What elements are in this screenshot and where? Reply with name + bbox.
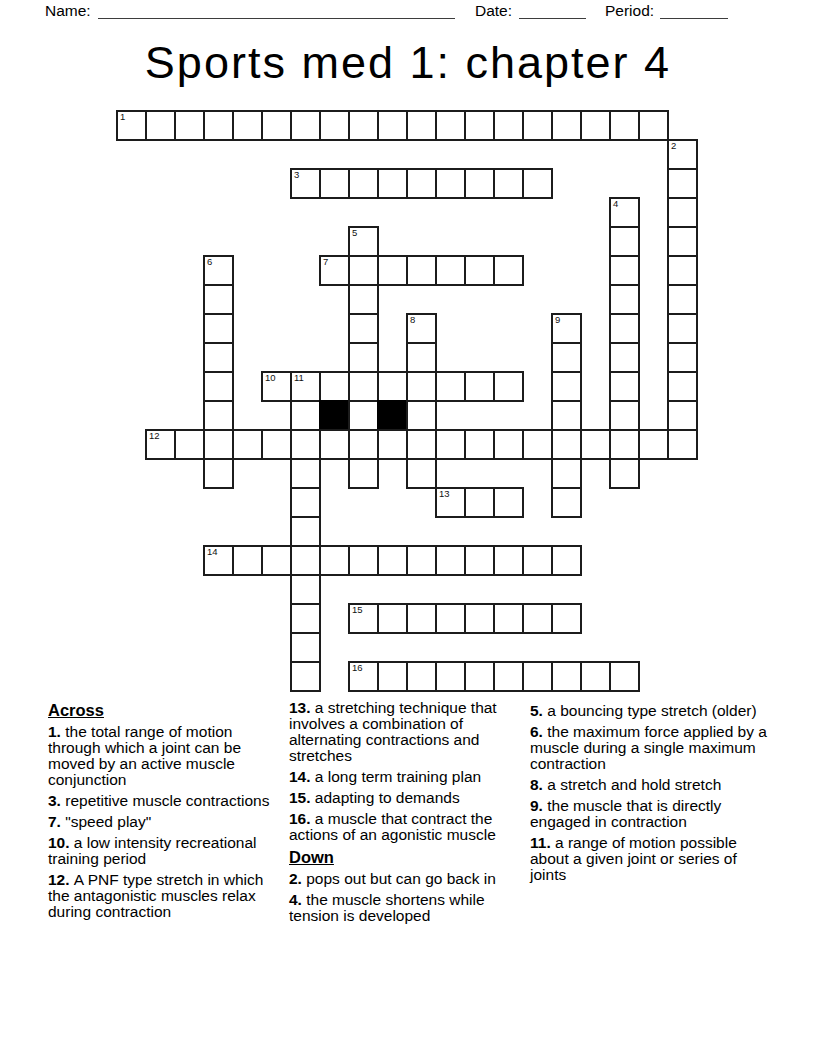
grid-cell[interactable] bbox=[348, 458, 379, 489]
grid-cell[interactable] bbox=[377, 545, 408, 576]
grid-cell[interactable] bbox=[609, 255, 640, 286]
grid-cell[interactable] bbox=[493, 545, 524, 576]
grid-cell[interactable] bbox=[261, 545, 292, 576]
grid-cell[interactable] bbox=[580, 110, 611, 141]
grid-cell[interactable] bbox=[348, 545, 379, 576]
grid-cell[interactable] bbox=[551, 342, 582, 373]
grid-cell[interactable] bbox=[464, 110, 495, 141]
grid-cell[interactable] bbox=[667, 255, 698, 286]
grid-cell[interactable] bbox=[377, 371, 408, 402]
grid-cell[interactable]: 1 bbox=[116, 110, 147, 141]
grid-cell[interactable] bbox=[290, 574, 321, 605]
grid-cell[interactable] bbox=[609, 284, 640, 315]
clue-number: 13. bbox=[289, 699, 315, 716]
cell-number: 13 bbox=[439, 489, 450, 499]
clue-number: 11. bbox=[530, 834, 555, 851]
cell-number: 14 bbox=[207, 547, 218, 557]
clue-number: 3. bbox=[48, 792, 65, 809]
grid-cell[interactable]: 12 bbox=[145, 429, 176, 460]
cell-number: 3 bbox=[294, 170, 299, 180]
grid-cell[interactable] bbox=[377, 255, 408, 286]
clue-number: 16. bbox=[289, 810, 315, 827]
clue-number: 4. bbox=[289, 891, 306, 908]
grid-cell[interactable] bbox=[348, 284, 379, 315]
grid-cell[interactable] bbox=[319, 168, 350, 199]
grid-cell[interactable] bbox=[522, 603, 553, 634]
cell-number: 16 bbox=[352, 663, 363, 673]
grid-cell[interactable] bbox=[522, 545, 553, 576]
grid-cell[interactable] bbox=[290, 400, 321, 431]
cell-number: 4 bbox=[613, 199, 618, 209]
grid-cell[interactable] bbox=[493, 255, 524, 286]
grid-cell[interactable] bbox=[551, 487, 582, 518]
grid-cell[interactable]: 14 bbox=[203, 545, 234, 576]
grid-cell[interactable] bbox=[522, 168, 553, 199]
grid-cell[interactable] bbox=[551, 661, 582, 692]
grid-cell[interactable] bbox=[638, 110, 669, 141]
grid-cell[interactable] bbox=[522, 110, 553, 141]
cell-number: 2 bbox=[671, 141, 676, 151]
grid-cell[interactable] bbox=[377, 603, 408, 634]
grid-cell[interactable] bbox=[203, 313, 234, 344]
grid-cell[interactable] bbox=[290, 516, 321, 547]
grid-cell[interactable] bbox=[435, 168, 466, 199]
grid-cell[interactable] bbox=[145, 110, 176, 141]
clue: 1. the total range of motion through whi… bbox=[48, 724, 286, 788]
clue-number: 8. bbox=[530, 776, 547, 793]
grid-cell[interactable] bbox=[493, 429, 524, 460]
grid-cell[interactable] bbox=[522, 429, 553, 460]
grid-cell[interactable] bbox=[174, 429, 205, 460]
grid-cell[interactable] bbox=[522, 661, 553, 692]
grid-cell[interactable] bbox=[406, 255, 437, 286]
grid-cell[interactable] bbox=[435, 371, 466, 402]
clue-number: 14. bbox=[289, 768, 315, 785]
grid-cell[interactable] bbox=[667, 197, 698, 228]
grid-cell[interactable]: 15 bbox=[348, 603, 379, 634]
clues-column-middle: 13. a stretching technique that involves… bbox=[289, 700, 530, 929]
crossword-grid: 12345678910111213141516 bbox=[116, 110, 698, 692]
clue: 13. a stretching technique that involves… bbox=[289, 700, 530, 764]
clue: 10. a low intensity recreational trainin… bbox=[48, 835, 286, 867]
grid-cell[interactable] bbox=[667, 313, 698, 344]
grid-cell[interactable] bbox=[493, 603, 524, 634]
clue: 4. the muscle shortens while tension is … bbox=[289, 892, 530, 924]
clue: 16. a muscle that contract the actions o… bbox=[289, 811, 530, 843]
clue: 3. repetitive muscle contractions bbox=[48, 793, 286, 809]
clue-number: 2. bbox=[289, 870, 306, 887]
grid-cell[interactable] bbox=[667, 284, 698, 315]
grid-cell[interactable] bbox=[580, 661, 611, 692]
name-blank-line[interactable] bbox=[98, 4, 455, 19]
grid-cell[interactable] bbox=[551, 545, 582, 576]
grid-cell[interactable] bbox=[232, 429, 263, 460]
grid-cell[interactable]: 11 bbox=[290, 371, 321, 402]
grid-cell[interactable] bbox=[551, 603, 582, 634]
grid-cell[interactable] bbox=[406, 661, 437, 692]
grid-cell[interactable]: 4 bbox=[609, 197, 640, 228]
grid-cell[interactable] bbox=[551, 371, 582, 402]
cell-number: 9 bbox=[555, 315, 560, 325]
grid-cell[interactable] bbox=[203, 371, 234, 402]
grid-cell[interactable] bbox=[319, 110, 350, 141]
grid-cell[interactable] bbox=[435, 255, 466, 286]
blocked-cell bbox=[319, 400, 350, 431]
grid-cell[interactable] bbox=[406, 371, 437, 402]
grid-cell[interactable] bbox=[232, 110, 263, 141]
period-label: Period: bbox=[605, 2, 654, 20]
grid-cell[interactable]: 9 bbox=[551, 313, 582, 344]
blocked-cell bbox=[377, 400, 408, 431]
grid-cell[interactable] bbox=[580, 429, 611, 460]
grid-cell[interactable] bbox=[319, 371, 350, 402]
clue-number: 6. bbox=[530, 723, 547, 740]
grid-cell[interactable] bbox=[406, 429, 437, 460]
grid-cell[interactable] bbox=[261, 110, 292, 141]
grid-cell[interactable] bbox=[290, 545, 321, 576]
grid-cell[interactable] bbox=[551, 110, 582, 141]
period-blank-line[interactable] bbox=[660, 4, 728, 19]
name-label: Name: bbox=[45, 2, 91, 20]
grid-cell[interactable] bbox=[174, 110, 205, 141]
grid-cell[interactable] bbox=[203, 284, 234, 315]
grid-cell[interactable] bbox=[609, 226, 640, 257]
grid-cell[interactable]: 5 bbox=[348, 226, 379, 257]
clue-number: 9. bbox=[530, 797, 547, 814]
date-label: Date: bbox=[475, 2, 512, 20]
grid-cell[interactable] bbox=[667, 429, 698, 460]
cell-number: 10 bbox=[265, 373, 276, 383]
grid-cell[interactable] bbox=[290, 110, 321, 141]
grid-cell[interactable] bbox=[348, 313, 379, 344]
grid-cell[interactable] bbox=[203, 400, 234, 431]
grid-cell[interactable] bbox=[609, 371, 640, 402]
date-blank-line[interactable] bbox=[519, 4, 586, 19]
grid-cell[interactable] bbox=[609, 110, 640, 141]
grid-cell[interactable] bbox=[493, 487, 524, 518]
grid-cell[interactable] bbox=[464, 371, 495, 402]
grid-cell[interactable]: 16 bbox=[348, 661, 379, 692]
grid-cell[interactable] bbox=[406, 545, 437, 576]
grid-cell[interactable] bbox=[609, 342, 640, 373]
grid-cell[interactable]: 6 bbox=[203, 255, 234, 286]
clue: 9. the muscle that is directly engaged i… bbox=[530, 798, 770, 830]
clue-number: 15. bbox=[289, 789, 315, 806]
grid-cell[interactable] bbox=[435, 429, 466, 460]
grid-cell[interactable] bbox=[348, 255, 379, 286]
grid-cell[interactable]: 10 bbox=[261, 371, 292, 402]
grid-cell[interactable] bbox=[348, 429, 379, 460]
grid-cell[interactable] bbox=[609, 313, 640, 344]
grid-cell[interactable] bbox=[435, 603, 466, 634]
grid-cell[interactable] bbox=[667, 371, 698, 402]
cell-number: 6 bbox=[207, 257, 212, 267]
clues-column-right: 5. a bouncing type stretch (older)6. the… bbox=[530, 703, 770, 888]
grid-cell[interactable]: 8 bbox=[406, 313, 437, 344]
cell-number: 1 bbox=[120, 112, 125, 122]
clue: 11. a range of motion possible about a g… bbox=[530, 835, 770, 883]
grid-cell[interactable] bbox=[406, 400, 437, 431]
grid-cell[interactable] bbox=[667, 342, 698, 373]
cell-number: 7 bbox=[323, 257, 328, 267]
grid-cell[interactable] bbox=[435, 545, 466, 576]
grid-cell[interactable] bbox=[290, 429, 321, 460]
grid-cell[interactable] bbox=[464, 429, 495, 460]
clue-number: 1. bbox=[48, 723, 65, 740]
grid-cell[interactable] bbox=[667, 400, 698, 431]
clue: 15. adapting to demands bbox=[289, 790, 530, 806]
grid-cell[interactable] bbox=[261, 429, 292, 460]
clues-heading-down: Down bbox=[289, 848, 530, 866]
cell-number: 12 bbox=[149, 431, 160, 441]
grid-cell[interactable] bbox=[290, 487, 321, 518]
clue-number: 12. bbox=[48, 871, 74, 888]
grid-cell[interactable] bbox=[319, 545, 350, 576]
grid-cell[interactable] bbox=[493, 661, 524, 692]
cell-number: 11 bbox=[294, 373, 304, 383]
grid-cell[interactable] bbox=[203, 429, 234, 460]
grid-cell[interactable] bbox=[638, 429, 669, 460]
grid-cell[interactable] bbox=[493, 110, 524, 141]
grid-cell[interactable] bbox=[435, 661, 466, 692]
crossword-worksheet-page: { "game": "crossword", "title": "Sports … bbox=[0, 0, 816, 1056]
grid-cell[interactable] bbox=[348, 400, 379, 431]
grid-cell[interactable] bbox=[406, 342, 437, 373]
grid-cell[interactable] bbox=[464, 255, 495, 286]
grid-cell[interactable] bbox=[609, 458, 640, 489]
grid-cell[interactable] bbox=[551, 400, 582, 431]
grid-cell[interactable] bbox=[406, 168, 437, 199]
grid-cell[interactable] bbox=[609, 400, 640, 431]
grid-cell[interactable] bbox=[203, 110, 234, 141]
cell-number: 5 bbox=[352, 228, 357, 238]
grid-cell[interactable] bbox=[667, 168, 698, 199]
grid-cell[interactable] bbox=[406, 603, 437, 634]
clue-number: 5. bbox=[530, 702, 547, 719]
cell-number: 8 bbox=[410, 315, 415, 325]
grid-cell[interactable] bbox=[406, 110, 437, 141]
grid-cell[interactable] bbox=[464, 487, 495, 518]
grid-cell[interactable] bbox=[377, 110, 408, 141]
grid-cell[interactable] bbox=[406, 458, 437, 489]
clues-heading-across: Across bbox=[48, 701, 286, 719]
grid-cell[interactable] bbox=[377, 661, 408, 692]
grid-cell[interactable] bbox=[464, 168, 495, 199]
grid-cell[interactable] bbox=[551, 429, 582, 460]
clue: 2. pops out but can go back in bbox=[289, 871, 530, 887]
grid-cell[interactable] bbox=[232, 545, 263, 576]
clue: 14. a long term training plan bbox=[289, 769, 530, 785]
grid-cell[interactable] bbox=[667, 226, 698, 257]
grid-cell[interactable] bbox=[348, 168, 379, 199]
grid-cell[interactable] bbox=[203, 342, 234, 373]
grid-cell[interactable] bbox=[348, 110, 379, 141]
grid-cell[interactable] bbox=[290, 661, 321, 692]
grid-cell[interactable] bbox=[435, 110, 466, 141]
grid-cell[interactable]: 13 bbox=[435, 487, 466, 518]
clue: 8. a stretch and hold stretch bbox=[530, 777, 770, 793]
clue-number: 7. bbox=[48, 813, 65, 830]
clue-number: 10. bbox=[48, 834, 74, 851]
grid-cell[interactable] bbox=[551, 458, 582, 489]
grid-cell[interactable]: 7 bbox=[319, 255, 350, 286]
clue: 5. a bouncing type stretch (older) bbox=[530, 703, 770, 719]
grid-cell[interactable] bbox=[464, 545, 495, 576]
clue: 7. "speed play" bbox=[48, 814, 286, 830]
grid-cell[interactable]: 3 bbox=[290, 168, 321, 199]
grid-cell[interactable] bbox=[290, 458, 321, 489]
grid-cell[interactable] bbox=[609, 429, 640, 460]
grid-cell[interactable] bbox=[348, 342, 379, 373]
grid-cell[interactable] bbox=[203, 458, 234, 489]
grid-cell[interactable]: 2 bbox=[667, 139, 698, 170]
grid-cell[interactable] bbox=[319, 429, 350, 460]
grid-cell[interactable] bbox=[464, 661, 495, 692]
grid-cell[interactable] bbox=[609, 661, 640, 692]
grid-cell[interactable] bbox=[493, 168, 524, 199]
grid-cell[interactable] bbox=[348, 371, 379, 402]
grid-cell[interactable] bbox=[464, 603, 495, 634]
grid-cell[interactable] bbox=[377, 429, 408, 460]
grid-cell[interactable] bbox=[290, 632, 321, 663]
page-title: Sports med 1: chapter 4 bbox=[0, 37, 816, 89]
cell-number: 15 bbox=[352, 605, 363, 615]
clue: 6. the maximum force applied by a muscle… bbox=[530, 724, 770, 772]
grid-cell[interactable] bbox=[290, 603, 321, 634]
grid-cell[interactable] bbox=[377, 168, 408, 199]
clues-column-left: Across1. the total range of motion throu… bbox=[48, 700, 286, 925]
clue: 12. A PNF type stretch in which the anta… bbox=[48, 872, 286, 920]
grid-cell[interactable] bbox=[493, 371, 524, 402]
